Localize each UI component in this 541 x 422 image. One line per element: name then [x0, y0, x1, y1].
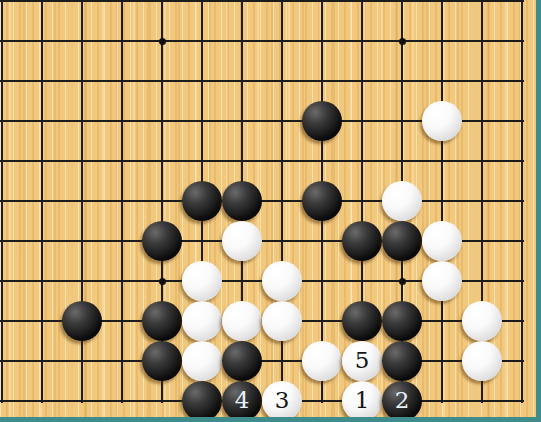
stone-white-M3 [222, 301, 262, 341]
stone-white-L2 [182, 341, 222, 381]
grid-line-horizontal [0, 160, 524, 162]
stone-black-O8 [302, 101, 342, 141]
stone-white-S2 [462, 341, 502, 381]
stone-white-L4 [182, 261, 222, 301]
grid-line-horizontal [0, 40, 524, 42]
stone-black-Q3 [382, 301, 422, 341]
stone-black-Q2 [382, 341, 422, 381]
stone-black-K3 [142, 301, 182, 341]
star-point [159, 278, 166, 285]
grid-line-horizontal [0, 80, 524, 82]
stone-white-N4 [262, 261, 302, 301]
grid-line-horizontal [0, 360, 524, 362]
stone-black-P5 [342, 221, 382, 261]
stone-white-R4 [422, 261, 462, 301]
star-point [399, 278, 406, 285]
stone-white-O2 [302, 341, 342, 381]
grid-line-horizontal [0, 200, 524, 202]
stone-white-N3 [262, 301, 302, 341]
stone-white-L3 [182, 301, 222, 341]
stone-white-M5 [222, 221, 262, 261]
stone-black-Q5 [382, 221, 422, 261]
stone-white-P1: 1 [342, 381, 382, 421]
stone-black-P3 [342, 301, 382, 341]
go-board[interactable]: 54312 [0, 0, 541, 422]
stone-black-M2 [222, 341, 262, 381]
star-point [159, 38, 166, 45]
go-diagram-screenshot: 54312 [0, 0, 541, 422]
move-number-label: 1 [355, 389, 370, 412]
stone-black-H3 [62, 301, 102, 341]
stone-white-R8 [422, 101, 462, 141]
stone-white-R5 [422, 221, 462, 261]
stone-white-N1: 3 [262, 381, 302, 421]
stone-black-L6 [182, 181, 222, 221]
stone-black-K5 [142, 221, 182, 261]
move-number-label: 2 [395, 389, 410, 412]
move-number-label: 4 [235, 389, 250, 412]
stone-black-Q1: 2 [382, 381, 422, 421]
stone-black-M1: 4 [222, 381, 262, 421]
window-edge-right [536, 0, 541, 422]
move-number-label: 5 [355, 349, 370, 372]
stone-white-P2: 5 [342, 341, 382, 381]
stone-white-S3 [462, 301, 502, 341]
star-point [399, 38, 406, 45]
stone-black-L1 [182, 381, 222, 421]
stone-white-Q6 [382, 181, 422, 221]
window-edge-bottom [0, 417, 541, 422]
move-number-label: 3 [275, 389, 290, 412]
stone-black-O6 [302, 181, 342, 221]
grid-line-horizontal [0, 0, 524, 2]
stone-black-K2 [142, 341, 182, 381]
stone-black-M6 [222, 181, 262, 221]
